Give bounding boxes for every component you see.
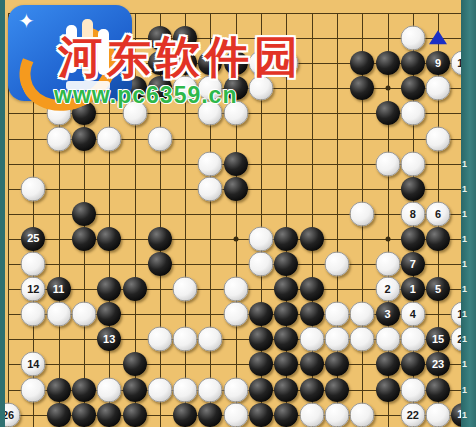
black-stone[interactable]: [274, 352, 298, 376]
black-stone[interactable]: [376, 378, 400, 402]
white-stone[interactable]: [198, 377, 223, 402]
white-stone[interactable]: [21, 252, 46, 277]
triangle-marker: [429, 30, 447, 44]
white-stone[interactable]: [46, 302, 71, 327]
black-stone[interactable]: [72, 202, 96, 226]
move-number: 9: [435, 58, 441, 69]
black-stone[interactable]: [224, 152, 248, 176]
white-stone[interactable]: [299, 402, 324, 427]
white-stone[interactable]: [223, 377, 248, 402]
clipped-coordinate-label: 1: [462, 184, 467, 194]
white-stone[interactable]: [198, 176, 223, 201]
white-stone[interactable]: [324, 327, 349, 352]
white-stone[interactable]: [223, 277, 248, 302]
move-number: 23: [432, 359, 444, 370]
white-stone[interactable]: [249, 226, 274, 251]
move-number: 22: [407, 409, 419, 420]
black-stone[interactable]: [274, 302, 298, 326]
black-stone[interactable]: [47, 378, 71, 402]
white-stone[interactable]: [426, 402, 451, 427]
right-coordinate-panel: 11111111111: [461, 0, 476, 427]
black-stone[interactable]: [300, 277, 324, 301]
white-stone[interactable]: [400, 151, 425, 176]
move-number: 6: [435, 208, 441, 219]
black-stone[interactable]: [249, 352, 273, 376]
white-stone[interactable]: [324, 252, 349, 277]
white-stone[interactable]: [299, 327, 324, 352]
white-stone[interactable]: 8: [400, 201, 425, 226]
star-point: [385, 236, 390, 241]
black-stone[interactable]: [325, 378, 349, 402]
black-stone[interactable]: 25: [21, 227, 45, 251]
black-stone[interactable]: [72, 127, 96, 151]
white-stone[interactable]: [21, 176, 46, 201]
white-stone[interactable]: [350, 201, 375, 226]
black-stone[interactable]: 1: [401, 277, 425, 301]
white-stone[interactable]: [46, 126, 71, 151]
black-stone[interactable]: [148, 252, 172, 276]
white-stone[interactable]: [350, 402, 375, 427]
white-stone[interactable]: [324, 302, 349, 327]
black-stone[interactable]: [300, 352, 324, 376]
black-stone[interactable]: [97, 302, 121, 326]
white-stone[interactable]: [71, 302, 96, 327]
clipped-coordinate-label: 1: [462, 259, 467, 269]
white-stone[interactable]: [400, 101, 425, 126]
black-stone[interactable]: [123, 352, 147, 376]
black-stone[interactable]: [97, 403, 121, 427]
black-stone[interactable]: [300, 227, 324, 251]
black-stone[interactable]: [97, 277, 121, 301]
black-stone[interactable]: [224, 177, 248, 201]
white-stone[interactable]: [400, 26, 425, 51]
white-stone[interactable]: 4: [400, 302, 425, 327]
white-stone[interactable]: [375, 327, 400, 352]
black-stone[interactable]: [249, 378, 273, 402]
move-number: 2: [384, 284, 390, 295]
move-number: 8: [410, 208, 416, 219]
black-stone[interactable]: 15: [426, 327, 450, 351]
white-stone[interactable]: 6: [426, 201, 451, 226]
black-stone[interactable]: [274, 327, 298, 351]
white-stone[interactable]: [400, 327, 425, 352]
move-number: 7: [410, 259, 416, 270]
clipped-coordinate-label: 1: [462, 159, 467, 169]
move-number: 11: [53, 284, 65, 295]
clipped-coordinate-label: 1: [462, 359, 467, 369]
black-stone[interactable]: [249, 302, 273, 326]
clipped-coordinate-label: 1: [462, 309, 467, 319]
white-stone[interactable]: [198, 327, 223, 352]
clipped-coordinate-label: 1: [462, 209, 467, 219]
black-stone[interactable]: 23: [426, 352, 450, 376]
black-stone[interactable]: [274, 403, 298, 427]
white-stone[interactable]: [21, 377, 46, 402]
black-stone[interactable]: [97, 227, 121, 251]
white-stone[interactable]: [97, 126, 122, 151]
white-stone[interactable]: [350, 302, 375, 327]
black-stone[interactable]: [198, 403, 222, 427]
white-stone[interactable]: 14: [21, 352, 46, 377]
white-stone[interactable]: [173, 277, 198, 302]
white-stone[interactable]: [375, 252, 400, 277]
black-stone[interactable]: [401, 51, 425, 75]
black-stone[interactable]: 7: [401, 252, 425, 276]
white-stone[interactable]: [324, 402, 349, 427]
black-stone[interactable]: [401, 352, 425, 376]
move-number: 25: [27, 233, 39, 244]
clipped-coordinate-label: 1: [462, 334, 467, 344]
black-stone[interactable]: [325, 352, 349, 376]
black-stone[interactable]: [123, 378, 147, 402]
clipped-coordinate-label: 1: [462, 234, 467, 244]
black-stone[interactable]: [300, 378, 324, 402]
black-stone[interactable]: [426, 227, 450, 251]
white-stone[interactable]: 12: [21, 277, 46, 302]
black-stone[interactable]: [173, 403, 197, 427]
white-stone[interactable]: [97, 377, 122, 402]
white-stone[interactable]: [223, 302, 248, 327]
go-board-viewer: 11111111111 ✦ 河东软件园 www.pc6359.cn 910862…: [0, 0, 476, 427]
star-point: [233, 236, 238, 241]
black-stone[interactable]: 13: [97, 327, 121, 351]
white-stone[interactable]: [147, 377, 172, 402]
white-stone[interactable]: [375, 151, 400, 176]
black-stone[interactable]: [274, 227, 298, 251]
white-stone[interactable]: [223, 402, 248, 427]
black-stone[interactable]: [148, 227, 172, 251]
star-point: [385, 86, 390, 91]
black-stone[interactable]: [350, 76, 374, 100]
left-edge-panel: [0, 0, 5, 427]
black-stone[interactable]: [274, 378, 298, 402]
black-stone[interactable]: [274, 277, 298, 301]
move-number: 13: [103, 334, 115, 345]
white-stone[interactable]: [400, 377, 425, 402]
white-stone[interactable]: [350, 327, 375, 352]
watermark-site-url: www.pc6359.cn: [54, 82, 237, 109]
white-stone[interactable]: [147, 126, 172, 151]
black-stone[interactable]: [376, 101, 400, 125]
black-stone[interactable]: [72, 403, 96, 427]
black-stone[interactable]: [376, 51, 400, 75]
black-stone[interactable]: 9: [426, 51, 450, 75]
white-stone[interactable]: [173, 327, 198, 352]
white-stone[interactable]: [249, 252, 274, 277]
black-stone[interactable]: [350, 51, 374, 75]
white-stone[interactable]: [147, 327, 172, 352]
move-number: 4: [410, 309, 416, 320]
move-number: 14: [27, 359, 39, 370]
white-stone[interactable]: [21, 302, 46, 327]
black-stone[interactable]: 11: [47, 277, 71, 301]
move-number: 5: [435, 284, 441, 295]
black-stone[interactable]: [249, 403, 273, 427]
clipped-coordinate-label: 1: [462, 410, 467, 420]
white-stone[interactable]: [426, 126, 451, 151]
black-stone[interactable]: [300, 302, 324, 326]
clipped-coordinate-label: 1: [462, 385, 467, 395]
black-stone[interactable]: 3: [376, 302, 400, 326]
black-stone[interactable]: [274, 252, 298, 276]
black-stone[interactable]: [401, 177, 425, 201]
clipped-coordinate-label: 1: [462, 284, 467, 294]
white-stone[interactable]: 2: [375, 277, 400, 302]
black-stone[interactable]: [376, 352, 400, 376]
move-number: 15: [432, 334, 444, 345]
logo-star-icon: ✦: [18, 9, 35, 33]
black-stone[interactable]: [72, 227, 96, 251]
white-stone[interactable]: [426, 76, 451, 101]
black-stone[interactable]: [47, 403, 71, 427]
black-stone[interactable]: [123, 403, 147, 427]
black-stone[interactable]: [426, 378, 450, 402]
black-stone[interactable]: [123, 277, 147, 301]
move-number: 12: [27, 284, 39, 295]
black-stone[interactable]: 5: [426, 277, 450, 301]
white-stone[interactable]: [173, 377, 198, 402]
move-number: 1: [410, 284, 416, 295]
black-stone[interactable]: [401, 227, 425, 251]
black-stone[interactable]: [249, 327, 273, 351]
white-stone[interactable]: 22: [400, 402, 425, 427]
black-stone[interactable]: [72, 378, 96, 402]
white-stone[interactable]: [198, 151, 223, 176]
black-stone[interactable]: [401, 76, 425, 100]
move-number: 3: [384, 309, 390, 320]
watermark-site-name: 河东软件园: [58, 28, 303, 87]
